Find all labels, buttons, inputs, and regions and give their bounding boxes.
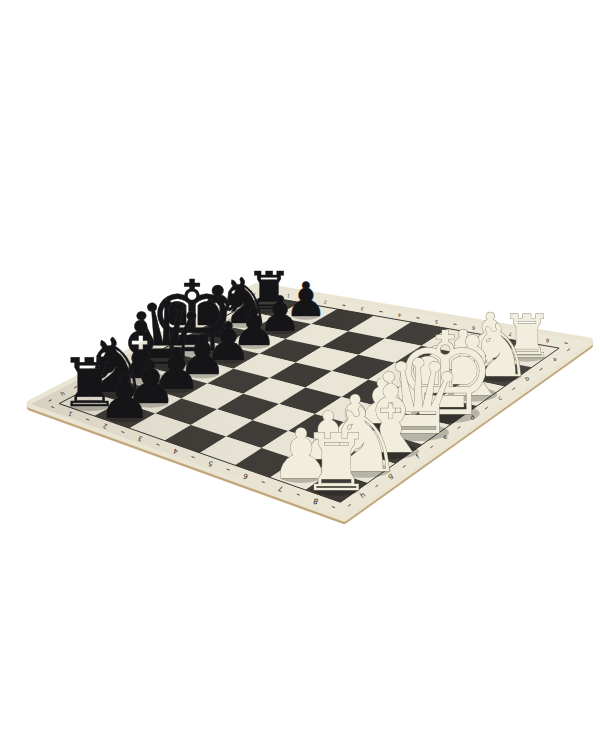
margin-tick bbox=[379, 311, 382, 312]
white-rook: ♜ bbox=[301, 417, 372, 509]
black-pawn: ♟ bbox=[98, 362, 153, 432]
margin-tick bbox=[342, 305, 345, 306]
chess-board: 1234567812345678abcdefghabcdefgh♜♟♞♟♝♟♟♚… bbox=[0, 0, 600, 750]
margin-tick bbox=[564, 343, 567, 344]
chess-set-photo: 1234567812345678abcdefghabcdefgh♜♟♞♟♝♟♟♚… bbox=[0, 0, 600, 750]
